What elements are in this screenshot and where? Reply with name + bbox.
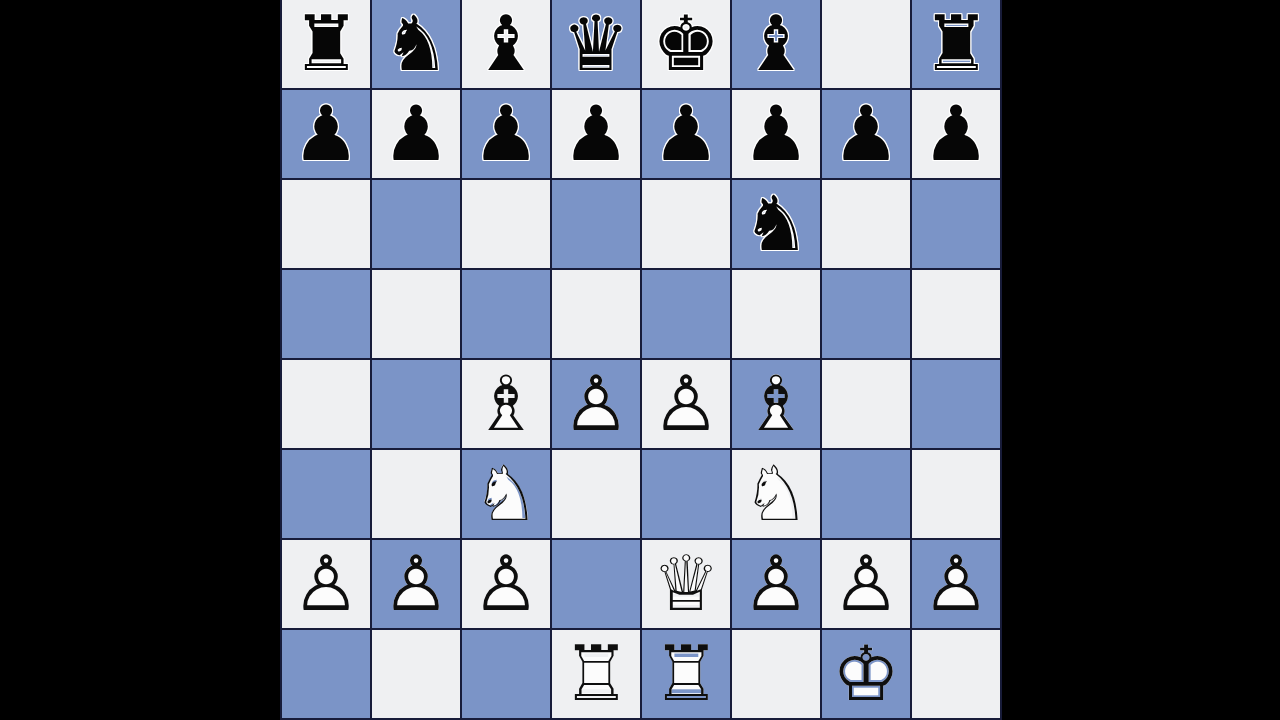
square-f6: ♞ [732,180,820,268]
piece-outline-layer: ♗ [462,360,550,448]
piece-wN-f3: ♞♘ [732,450,820,538]
piece-outline-layer: ♙ [552,360,640,448]
square-b2: ♟♙ [372,540,460,628]
piece-glyph: ♝ [462,0,550,88]
piece-glyph: ♟ [822,90,910,178]
square-a2: ♟♙ [282,540,370,628]
square-e8: ♚ [642,0,730,88]
square-c7: ♟ [462,90,550,178]
piece-bR-a8: ♜ [282,0,370,88]
piece-bB-c8: ♝ [462,0,550,88]
piece-bP-h7: ♟ [912,90,1000,178]
piece-wQ-e2: ♛♕ [642,540,730,628]
square-c2: ♟♙ [462,540,550,628]
piece-outline-layer: ♙ [282,540,370,628]
square-b1 [372,630,460,718]
square-f5 [732,270,820,358]
piece-outline-layer: ♔ [822,630,910,718]
square-f2: ♟♙ [732,540,820,628]
piece-wP-a2: ♟♙ [282,540,370,628]
square-e6 [642,180,730,268]
square-g1: ♚♔ [822,630,910,718]
piece-outline-layer: ♕ [642,540,730,628]
piece-outline-layer: ♗ [732,360,820,448]
square-b6 [372,180,460,268]
piece-glyph: ♟ [372,90,460,178]
square-f1 [732,630,820,718]
piece-outline-layer: ♙ [732,540,820,628]
square-f7: ♟ [732,90,820,178]
square-g6 [822,180,910,268]
piece-glyph: ♜ [282,0,370,88]
piece-glyph: ♞ [732,180,820,268]
piece-glyph: ♟ [462,90,550,178]
piece-bP-a7: ♟ [282,90,370,178]
square-d3 [552,450,640,538]
piece-outline-layer: ♙ [642,360,730,448]
video-frame: ♜♞♝♛♚♝♜♟♟♟♟♟♟♟♟♞♝♗♟♙♟♙♝♗♞♘♞♘♟♙♟♙♟♙♛♕♟♙♟♙… [0,0,1280,720]
piece-outline-layer: ♖ [552,630,640,718]
square-h6 [912,180,1000,268]
piece-wP-e4: ♟♙ [642,360,730,448]
piece-wK-g1: ♚♔ [822,630,910,718]
square-b7: ♟ [372,90,460,178]
square-h7: ♟ [912,90,1000,178]
square-d1: ♜♖ [552,630,640,718]
square-a6 [282,180,370,268]
piece-outline-layer: ♘ [732,450,820,538]
piece-wB-f4: ♝♗ [732,360,820,448]
piece-outline-layer: ♙ [822,540,910,628]
square-d4: ♟♙ [552,360,640,448]
square-a5 [282,270,370,358]
square-f8: ♝ [732,0,820,88]
piece-bK-e8: ♚ [642,0,730,88]
square-d8: ♛ [552,0,640,88]
square-h8: ♜ [912,0,1000,88]
piece-glyph: ♟ [552,90,640,178]
square-c5 [462,270,550,358]
piece-outline-layer: ♙ [912,540,1000,628]
piece-bP-d7: ♟ [552,90,640,178]
square-e5 [642,270,730,358]
piece-glyph: ♟ [282,90,370,178]
square-e2: ♛♕ [642,540,730,628]
piece-glyph: ♞ [372,0,460,88]
square-f3: ♞♘ [732,450,820,538]
piece-wR-d1: ♜♖ [552,630,640,718]
square-d2 [552,540,640,628]
square-e3 [642,450,730,538]
piece-outline-layer: ♙ [372,540,460,628]
piece-glyph: ♟ [912,90,1000,178]
square-g7: ♟ [822,90,910,178]
piece-outline-layer: ♘ [462,450,550,538]
piece-outline-layer: ♙ [462,540,550,628]
square-a7: ♟ [282,90,370,178]
square-h5 [912,270,1000,358]
square-g4 [822,360,910,448]
square-h4 [912,360,1000,448]
piece-wP-c2: ♟♙ [462,540,550,628]
piece-outline-layer: ♖ [642,630,730,718]
square-c3: ♞♘ [462,450,550,538]
square-g5 [822,270,910,358]
piece-glyph: ♟ [732,90,820,178]
piece-glyph: ♝ [732,0,820,88]
piece-bQ-d8: ♛ [552,0,640,88]
square-c6 [462,180,550,268]
square-c4: ♝♗ [462,360,550,448]
square-g3 [822,450,910,538]
square-d5 [552,270,640,358]
piece-wP-d4: ♟♙ [552,360,640,448]
piece-wB-c4: ♝♗ [462,360,550,448]
square-a3 [282,450,370,538]
piece-wN-c3: ♞♘ [462,450,550,538]
piece-bN-b8: ♞ [372,0,460,88]
piece-bP-b7: ♟ [372,90,460,178]
square-c8: ♝ [462,0,550,88]
piece-glyph: ♜ [912,0,1000,88]
square-b3 [372,450,460,538]
square-a4 [282,360,370,448]
square-a8: ♜ [282,0,370,88]
piece-bP-g7: ♟ [822,90,910,178]
piece-glyph: ♚ [642,0,730,88]
square-g8 [822,0,910,88]
piece-bP-e7: ♟ [642,90,730,178]
piece-wP-h2: ♟♙ [912,540,1000,628]
piece-glyph: ♛ [552,0,640,88]
piece-bR-h8: ♜ [912,0,1000,88]
square-h2: ♟♙ [912,540,1000,628]
square-h3 [912,450,1000,538]
square-d7: ♟ [552,90,640,178]
square-c1 [462,630,550,718]
square-f4: ♝♗ [732,360,820,448]
square-e7: ♟ [642,90,730,178]
piece-wP-g2: ♟♙ [822,540,910,628]
piece-wP-b2: ♟♙ [372,540,460,628]
square-b8: ♞ [372,0,460,88]
square-g2: ♟♙ [822,540,910,628]
square-b5 [372,270,460,358]
square-e1: ♜♖ [642,630,730,718]
piece-wR-e1: ♜♖ [642,630,730,718]
square-d6 [552,180,640,268]
piece-bP-c7: ♟ [462,90,550,178]
square-a1 [282,630,370,718]
square-e4: ♟♙ [642,360,730,448]
piece-glyph: ♟ [642,90,730,178]
piece-bB-f8: ♝ [732,0,820,88]
chess-board: ♜♞♝♛♚♝♜♟♟♟♟♟♟♟♟♞♝♗♟♙♟♙♝♗♞♘♞♘♟♙♟♙♟♙♛♕♟♙♟♙… [280,0,1002,720]
square-h1 [912,630,1000,718]
piece-bN-f6: ♞ [732,180,820,268]
square-b4 [372,360,460,448]
piece-wP-f2: ♟♙ [732,540,820,628]
piece-bP-f7: ♟ [732,90,820,178]
